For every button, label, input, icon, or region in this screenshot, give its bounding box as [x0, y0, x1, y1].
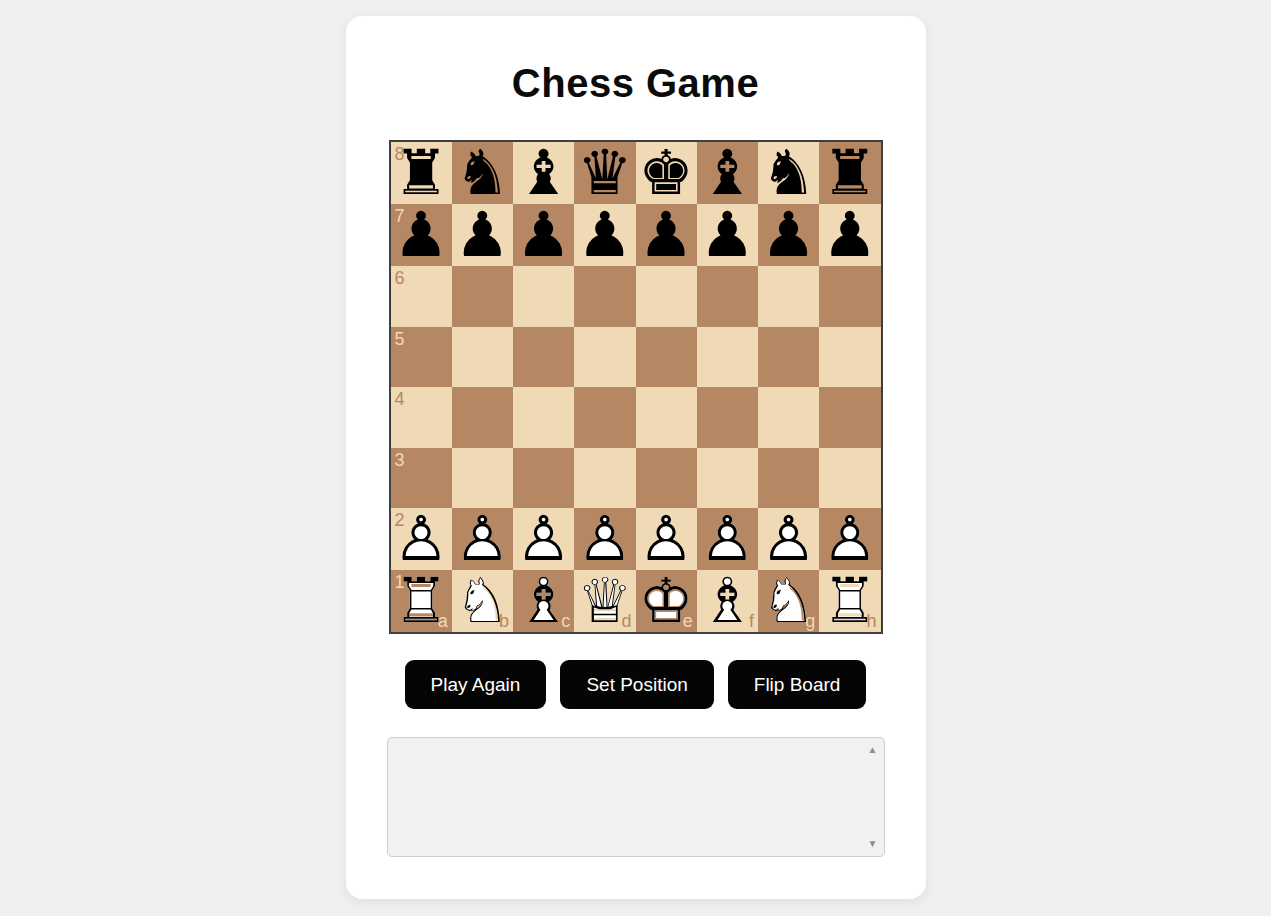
piece-white-bishop[interactable]: ♝︎♗︎ [700, 570, 756, 632]
square-g5[interactable] [758, 327, 819, 388]
square-f6[interactable] [697, 266, 758, 327]
square-g1[interactable]: g♞︎♘︎ [758, 570, 819, 632]
piece-white-queen[interactable]: ♛︎♕︎ [577, 570, 633, 632]
square-c4[interactable] [513, 387, 574, 448]
square-d2[interactable]: ♟︎♙︎ [574, 508, 635, 570]
scroll-up-icon[interactable]: ▲ [868, 745, 878, 755]
piece-black-knight[interactable]: ♞︎ [455, 142, 511, 204]
square-e1[interactable]: e♚︎♔︎ [636, 570, 697, 632]
play-again-button[interactable]: Play Again [405, 660, 547, 709]
square-g3[interactable] [758, 448, 819, 509]
piece-black-bishop[interactable]: ♝︎ [516, 142, 572, 204]
square-h6[interactable] [819, 266, 880, 327]
piece-white-pawn[interactable]: ♟︎♙︎ [577, 508, 633, 570]
square-h7[interactable]: ♟︎ [819, 204, 880, 266]
square-e2[interactable]: ♟︎♙︎ [636, 508, 697, 570]
square-a3[interactable]: 3 [391, 448, 452, 509]
square-a4[interactable]: 4 [391, 387, 452, 448]
square-e8[interactable]: ♚︎ [636, 142, 697, 204]
square-d1[interactable]: d♛︎♕︎ [574, 570, 635, 632]
rank-label-4: 4 [395, 390, 405, 408]
square-f2[interactable]: ♟︎♙︎ [697, 508, 758, 570]
square-f7[interactable]: ♟︎ [697, 204, 758, 266]
square-h2[interactable]: ♟︎♙︎ [819, 508, 880, 570]
square-a6[interactable]: 6 [391, 266, 452, 327]
move-log[interactable]: ▲ ▼ [387, 737, 885, 857]
piece-black-pawn[interactable]: ♟︎ [577, 204, 633, 266]
square-g8[interactable]: ♞︎ [758, 142, 819, 204]
square-e6[interactable] [636, 266, 697, 327]
piece-black-rook[interactable]: ♜︎ [393, 142, 449, 204]
piece-white-pawn[interactable]: ♟︎♙︎ [761, 508, 817, 570]
rank-label-6: 6 [395, 269, 405, 287]
chess-app-card: Chess Game 8♜︎♞︎♝︎♛︎♚︎♝︎♞︎♜︎7♟︎♟︎♟︎♟︎♟︎♟… [346, 16, 926, 899]
piece-white-rook[interactable]: ♜︎♖︎ [393, 570, 449, 632]
square-h3[interactable] [819, 448, 880, 509]
piece-white-pawn[interactable]: ♟︎♙︎ [638, 508, 694, 570]
set-position-button[interactable]: Set Position [560, 660, 713, 709]
piece-black-pawn[interactable]: ♟︎ [638, 204, 694, 266]
square-b3[interactable] [452, 448, 513, 509]
square-f8[interactable]: ♝︎ [697, 142, 758, 204]
square-c2[interactable]: ♟︎♙︎ [513, 508, 574, 570]
piece-black-pawn[interactable]: ♟︎ [455, 204, 511, 266]
piece-black-pawn[interactable]: ♟︎ [822, 204, 878, 266]
piece-white-knight[interactable]: ♞︎♘︎ [761, 570, 817, 632]
piece-white-pawn[interactable]: ♟︎♙︎ [516, 508, 572, 570]
piece-white-rook[interactable]: ♜︎♖︎ [822, 570, 878, 632]
square-e7[interactable]: ♟︎ [636, 204, 697, 266]
controls-row: Play Again Set Position Flip Board [346, 660, 926, 709]
square-a1[interactable]: 1a♜︎♖︎ [391, 570, 452, 632]
square-c8[interactable]: ♝︎ [513, 142, 574, 204]
square-b8[interactable]: ♞︎ [452, 142, 513, 204]
square-h4[interactable] [819, 387, 880, 448]
square-b4[interactable] [452, 387, 513, 448]
square-g4[interactable] [758, 387, 819, 448]
square-b6[interactable] [452, 266, 513, 327]
square-b2[interactable]: ♟︎♙︎ [452, 508, 513, 570]
square-f4[interactable] [697, 387, 758, 448]
piece-white-knight[interactable]: ♞︎♘︎ [455, 570, 511, 632]
piece-black-king[interactable]: ♚︎ [638, 142, 694, 204]
square-a7[interactable]: 7♟︎ [391, 204, 452, 266]
piece-black-pawn[interactable]: ♟︎ [700, 204, 756, 266]
square-d5[interactable] [574, 327, 635, 388]
piece-black-pawn[interactable]: ♟︎ [761, 204, 817, 266]
square-c7[interactable]: ♟︎ [513, 204, 574, 266]
square-c6[interactable] [513, 266, 574, 327]
square-d8[interactable]: ♛︎ [574, 142, 635, 204]
square-c1[interactable]: c♝︎♗︎ [513, 570, 574, 632]
piece-white-pawn[interactable]: ♟︎♙︎ [393, 508, 449, 570]
page-title: Chess Game [346, 62, 926, 104]
square-d3[interactable] [574, 448, 635, 509]
square-e5[interactable] [636, 327, 697, 388]
square-b5[interactable] [452, 327, 513, 388]
square-c5[interactable] [513, 327, 574, 388]
piece-white-pawn[interactable]: ♟︎♙︎ [455, 508, 511, 570]
piece-white-king[interactable]: ♚︎♔︎ [638, 570, 694, 632]
square-d6[interactable] [574, 266, 635, 327]
square-a2[interactable]: 2♟︎♙︎ [391, 508, 452, 570]
square-b1[interactable]: b♞︎♘︎ [452, 570, 513, 632]
square-g2[interactable]: ♟︎♙︎ [758, 508, 819, 570]
piece-white-pawn[interactable]: ♟︎♙︎ [822, 508, 878, 570]
square-h5[interactable] [819, 327, 880, 388]
piece-black-rook[interactable]: ♜︎ [822, 142, 878, 204]
square-b7[interactable]: ♟︎ [452, 204, 513, 266]
piece-black-queen[interactable]: ♛︎ [577, 142, 633, 204]
square-f5[interactable] [697, 327, 758, 388]
scroll-down-icon[interactable]: ▼ [868, 839, 878, 849]
square-c3[interactable] [513, 448, 574, 509]
square-e3[interactable] [636, 448, 697, 509]
piece-black-pawn[interactable]: ♟︎ [393, 204, 449, 266]
square-d7[interactable]: ♟︎ [574, 204, 635, 266]
piece-black-bishop[interactable]: ♝︎ [700, 142, 756, 204]
square-g7[interactable]: ♟︎ [758, 204, 819, 266]
square-d4[interactable] [574, 387, 635, 448]
piece-black-knight[interactable]: ♞︎ [761, 142, 817, 204]
square-e4[interactable] [636, 387, 697, 448]
square-f1[interactable]: f♝︎♗︎ [697, 570, 758, 632]
square-g6[interactable] [758, 266, 819, 327]
piece-white-pawn[interactable]: ♟︎♙︎ [700, 508, 756, 570]
rank-label-3: 3 [395, 451, 405, 469]
square-a5[interactable]: 5 [391, 327, 452, 388]
flip-board-button[interactable]: Flip Board [728, 660, 867, 709]
piece-black-pawn[interactable]: ♟︎ [516, 204, 572, 266]
piece-white-bishop[interactable]: ♝︎♗︎ [516, 570, 572, 632]
square-f3[interactable] [697, 448, 758, 509]
square-h1[interactable]: h♜︎♖︎ [819, 570, 880, 632]
square-h8[interactable]: ♜︎ [819, 142, 880, 204]
chess-board: 8♜︎♞︎♝︎♛︎♚︎♝︎♞︎♜︎7♟︎♟︎♟︎♟︎♟︎♟︎♟︎♟︎65432♟… [389, 140, 883, 634]
rank-label-5: 5 [395, 330, 405, 348]
square-a8[interactable]: 8♜︎ [391, 142, 452, 204]
